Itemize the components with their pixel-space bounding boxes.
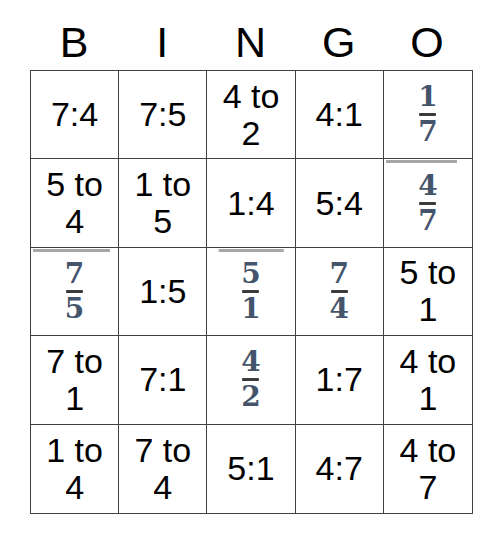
ratio-text-line: 7:4 [51,96,98,133]
bingo-cell-r5c4[interactable]: 4:7 [296,425,384,513]
pasted-image-edge-artifact [386,160,457,163]
pasted-image-edge-artifact [219,249,284,252]
bingo-header: BINGO [30,12,471,68]
ratio-text-line: 1 to [46,432,103,469]
ratio-text-line: 4:1 [316,96,363,133]
fraction-value: 17 [418,84,437,145]
ratio-text-line: 7:1 [139,361,186,398]
ratio-text-line: 1:7 [316,361,363,398]
fraction-numerator: 4 [418,173,437,199]
bingo-cell-r1c1[interactable]: 7:4 [31,71,119,159]
fraction-denominator: 5 [65,296,84,322]
fraction-value: 42 [241,349,260,410]
bingo-header-letter: G [295,12,383,68]
ratio-text-line: 5 [153,203,172,240]
ratio-text-line: 4 to [400,432,457,469]
bingo-cell-r3c2[interactable]: 1:5 [119,248,207,336]
ratio-text-line: 1 [418,380,437,417]
ratio-text-line: 7:5 [139,96,186,133]
bingo-cell-r1c3[interactable]: 4 to2 [207,71,295,159]
bingo-header-letter: I [118,12,206,68]
fraction-value: 74 [329,261,348,322]
ratio-text-line: 7 to [134,432,191,469]
fraction-value: 51 [241,261,260,322]
ratio-text-line: 2 [242,115,261,152]
pasted-image-edge-artifact [33,249,110,252]
bingo-cell-r3c5[interactable]: 5 to1 [384,248,472,336]
bingo-cell-r4c5[interactable]: 4 to1 [384,336,472,424]
bingo-header-letter: N [206,12,294,68]
bingo-cell-r2c5[interactable]: 47 [384,159,472,247]
bingo-cell-r2c2[interactable]: 1 to5 [119,159,207,247]
bingo-grid: 7:47:54 to24:1175 to41 to51:45:447751:55… [30,70,473,514]
ratio-text-line: 4 [65,203,84,240]
fraction-value: 75 [65,261,84,322]
bingo-header-letter: O [383,12,471,68]
fraction-value: 47 [418,173,437,234]
fraction-numerator: 7 [65,261,84,287]
bingo-cell-r2c1[interactable]: 5 to4 [31,159,119,247]
bingo-card: BINGO 7:47:54 to24:1175 to41 to51:45:447… [0,0,500,544]
ratio-text-line: 1:5 [139,273,186,310]
ratio-text-line: 5:4 [316,185,363,222]
fraction-numerator: 4 [241,349,260,375]
bingo-cell-r4c2[interactable]: 7:1 [119,336,207,424]
ratio-text-line: 4 [65,469,84,506]
fraction-numerator: 7 [329,261,348,287]
ratio-text-line: 4 to [400,343,457,380]
fraction-denominator: 4 [329,296,348,322]
ratio-text-line: 1 [418,291,437,328]
bingo-cell-r2c3[interactable]: 1:4 [207,159,295,247]
fraction-denominator: 1 [241,296,260,322]
bingo-cell-r4c4[interactable]: 1:7 [296,336,384,424]
bingo-cell-r5c2[interactable]: 7 to4 [119,425,207,513]
fraction-numerator: 1 [418,84,437,110]
fraction-numerator: 5 [241,261,260,287]
fraction-denominator: 7 [418,119,437,145]
ratio-text-line: 1 [65,380,84,417]
bingo-cell-r1c5[interactable]: 17 [384,71,472,159]
ratio-text-line: 4 [153,469,172,506]
bingo-header-letter: B [30,12,118,68]
fraction-denominator: 7 [418,208,437,234]
bingo-cell-r1c2[interactable]: 7:5 [119,71,207,159]
bingo-cell-r2c4[interactable]: 5:4 [296,159,384,247]
bingo-cell-r5c3[interactable]: 5:1 [207,425,295,513]
bingo-cell-r4c3[interactable]: 42 [207,336,295,424]
fraction-denominator: 2 [241,384,260,410]
bingo-cell-r4c1[interactable]: 7 to1 [31,336,119,424]
ratio-text-line: 5:1 [227,450,274,487]
bingo-cell-r3c1[interactable]: 75 [31,248,119,336]
ratio-text-line: 5 to [46,166,103,203]
ratio-text-line: 4:7 [316,450,363,487]
ratio-text-line: 4 to [223,78,280,115]
bingo-cell-r5c5[interactable]: 4 to7 [384,425,472,513]
bingo-cell-r3c3[interactable]: 51 [207,248,295,336]
ratio-text-line: 1 to [134,166,191,203]
ratio-text-line: 5 to [400,254,457,291]
ratio-text-line: 1:4 [227,185,274,222]
bingo-cell-r3c4[interactable]: 74 [296,248,384,336]
bingo-cell-r5c1[interactable]: 1 to4 [31,425,119,513]
ratio-text-line: 7 [418,469,437,506]
ratio-text-line: 7 to [46,343,103,380]
bingo-cell-r1c4[interactable]: 4:1 [296,71,384,159]
